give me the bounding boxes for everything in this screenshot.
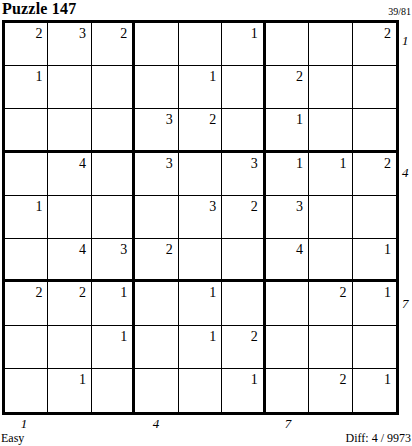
col-label-4: 4 (134, 417, 178, 430)
cell-r3c2[interactable] (48, 109, 91, 152)
cell-r4c2[interactable]: 4 (48, 153, 91, 196)
cell-r9c7[interactable] (266, 369, 309, 412)
cell-r2c3[interactable] (92, 66, 135, 109)
cell-r4c8[interactable]: 1 (309, 153, 352, 196)
cell-r9c2[interactable]: 1 (48, 369, 91, 412)
difficulty-label: Easy (1, 431, 24, 446)
cell-r4c1[interactable] (5, 153, 48, 196)
cell-r3c7[interactable]: 1 (266, 109, 309, 152)
cell-r6c7[interactable]: 4 (266, 239, 309, 282)
cell-r4c6[interactable]: 3 (222, 153, 265, 196)
cell-r9c1[interactable] (5, 369, 48, 412)
cell-r4c3[interactable] (92, 153, 135, 196)
cell-r9c3[interactable] (92, 369, 135, 412)
cell-r6c3[interactable]: 3 (92, 239, 135, 282)
cell-r1c8[interactable] (309, 23, 352, 66)
cell-r7c5[interactable]: 1 (179, 282, 222, 325)
col-label-1: 1 (2, 417, 46, 430)
cell-r2c4[interactable] (135, 66, 178, 109)
cell-r7c4[interactable] (135, 282, 178, 325)
cell-r8c3[interactable]: 1 (92, 326, 135, 369)
cell-r8c5[interactable]: 1 (179, 326, 222, 369)
cell-r9c8[interactable]: 2 (309, 369, 352, 412)
cell-r1c7[interactable] (266, 23, 309, 66)
cell-r7c1[interactable]: 2 (5, 282, 48, 325)
col-label-7: 7 (266, 417, 310, 430)
cell-r9c9[interactable]: 1 (353, 369, 396, 412)
cell-r2c7[interactable]: 2 (266, 66, 309, 109)
cell-r8c2[interactable] (48, 326, 91, 369)
cell-r4c9[interactable]: 2 (353, 153, 396, 196)
cell-r2c6[interactable] (222, 66, 265, 109)
cell-r6c8[interactable] (309, 239, 352, 282)
cell-r9c4[interactable] (135, 369, 178, 412)
cell-r8c8[interactable] (309, 326, 352, 369)
row-label-7: 7 (402, 297, 412, 310)
cell-r9c6[interactable]: 1 (222, 369, 265, 412)
cell-r4c5[interactable] (179, 153, 222, 196)
cell-r3c4[interactable]: 3 (135, 109, 178, 152)
cell-r6c5[interactable] (179, 239, 222, 282)
cell-r1c1[interactable]: 2 (5, 23, 48, 66)
cell-r8c9[interactable] (353, 326, 396, 369)
cell-r9c5[interactable] (179, 369, 222, 412)
cell-r2c2[interactable] (48, 66, 91, 109)
cell-r5c3[interactable] (92, 196, 135, 239)
cell-r1c3[interactable]: 2 (92, 23, 135, 66)
cell-r1c4[interactable] (135, 23, 178, 66)
row-label-4: 4 (402, 166, 412, 179)
cell-r3c1[interactable] (5, 109, 48, 152)
cell-r7c2[interactable]: 2 (48, 282, 91, 325)
cell-r5c7[interactable]: 3 (266, 196, 309, 239)
cell-r3c3[interactable] (92, 109, 135, 152)
cell-r1c6[interactable]: 1 (222, 23, 265, 66)
cell-r2c1[interactable]: 1 (5, 66, 48, 109)
cell-r7c6[interactable] (222, 282, 265, 325)
cell-r6c2[interactable]: 4 (48, 239, 91, 282)
sudoku-board: 232121123214331121323432412211211121121 (2, 20, 399, 415)
cell-r5c6[interactable]: 2 (222, 196, 265, 239)
cell-r4c7[interactable]: 1 (266, 153, 309, 196)
cell-r7c7[interactable] (266, 282, 309, 325)
cell-r3c8[interactable] (309, 109, 352, 152)
cell-r6c6[interactable] (222, 239, 265, 282)
cell-r3c5[interactable]: 2 (179, 109, 222, 152)
cell-r7c9[interactable]: 1 (353, 282, 396, 325)
cell-r5c8[interactable] (309, 196, 352, 239)
cell-r1c9[interactable]: 2 (353, 23, 396, 66)
cell-r5c1[interactable]: 1 (5, 196, 48, 239)
cell-r5c5[interactable]: 3 (179, 196, 222, 239)
puzzle-page: Puzzle 147 39/81 23212112321433112132343… (0, 0, 412, 446)
difficulty-stat: Diff: 4 / 9973 (346, 431, 411, 446)
cell-r2c5[interactable]: 1 (179, 66, 222, 109)
cell-r8c4[interactable] (135, 326, 178, 369)
cell-r1c2[interactable]: 3 (48, 23, 91, 66)
row-label-1: 1 (402, 34, 412, 47)
cell-r1c5[interactable] (179, 23, 222, 66)
cell-r5c4[interactable] (135, 196, 178, 239)
cell-r5c9[interactable] (353, 196, 396, 239)
cell-r8c7[interactable] (266, 326, 309, 369)
cell-r7c3[interactable]: 1 (92, 282, 135, 325)
cell-r2c8[interactable] (309, 66, 352, 109)
page-title: Puzzle 147 (2, 0, 76, 18)
cell-r6c4[interactable]: 2 (135, 239, 178, 282)
cell-r2c9[interactable] (353, 66, 396, 109)
cell-r6c9[interactable]: 1 (353, 239, 396, 282)
progress-counter: 39/81 (388, 6, 411, 17)
cell-r8c6[interactable]: 2 (222, 326, 265, 369)
cell-r3c9[interactable] (353, 109, 396, 152)
cell-r6c1[interactable] (5, 239, 48, 282)
cell-r5c2[interactable] (48, 196, 91, 239)
cell-r8c1[interactable] (5, 326, 48, 369)
cell-r7c8[interactable]: 2 (309, 282, 352, 325)
cell-r4c4[interactable]: 3 (135, 153, 178, 196)
cell-r3c6[interactable] (222, 109, 265, 152)
